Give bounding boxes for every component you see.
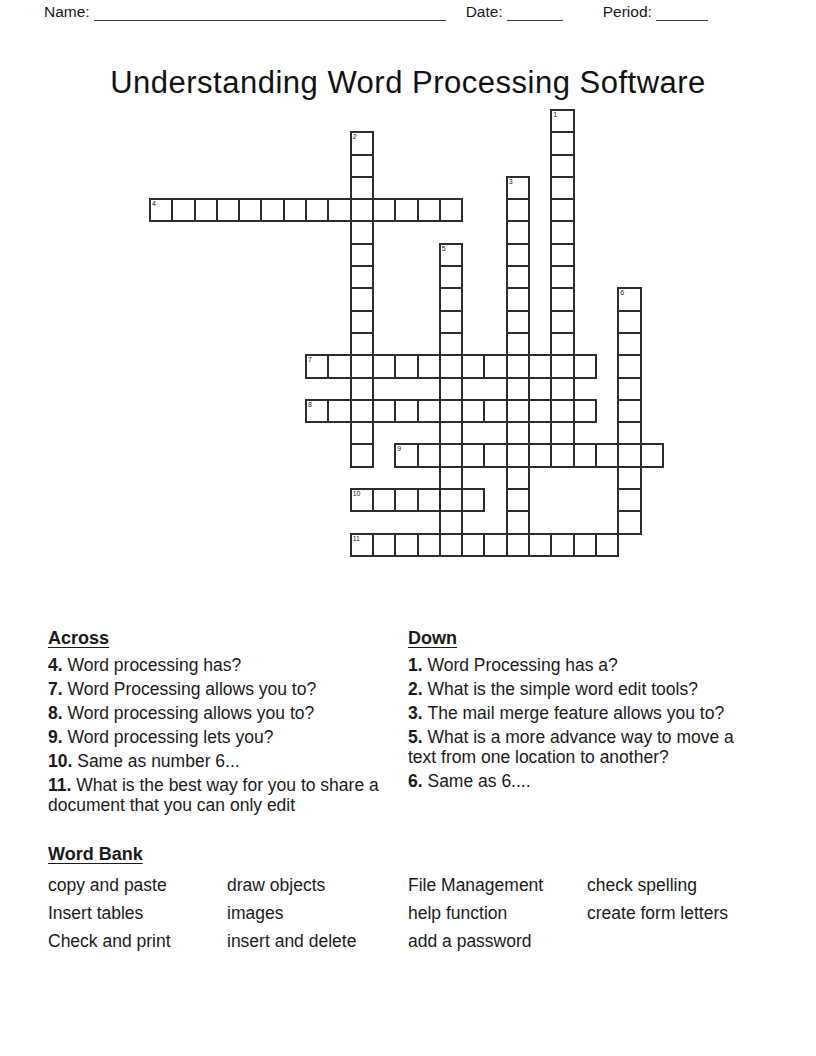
- clue-number-1: 1: [553, 111, 557, 118]
- grid-cell-r17c14[interactable]: [462, 489, 484, 511]
- grid-cell-r7c13[interactable]: [440, 266, 462, 288]
- grid-cell-r15c16[interactable]: [507, 444, 529, 466]
- across-clues-section: Across 4. Word processing has?7. Word Pr…: [48, 628, 380, 819]
- grid-cell-r15c13[interactable]: [440, 444, 462, 466]
- grid-cell-r1c9[interactable]: 2: [351, 132, 373, 154]
- word-bank-item: check spelling: [587, 875, 772, 895]
- clue-number-3: 3: [509, 178, 513, 185]
- grid-cell-r13c16[interactable]: [507, 400, 529, 422]
- grid-cell-r12c9[interactable]: [351, 378, 373, 400]
- grid-cell-r2c18[interactable]: [551, 155, 573, 177]
- grid-cell-r19c20[interactable]: [596, 534, 618, 556]
- grid-cell-r13c15[interactable]: [484, 400, 506, 422]
- grid-cell-r4c4[interactable]: [239, 199, 261, 221]
- grid-cell-r10c21[interactable]: [618, 333, 640, 355]
- grid-cell-r11c19[interactable]: [574, 355, 596, 377]
- grid-cell-r6c13[interactable]: 5: [440, 244, 462, 266]
- grid-cell-r10c16[interactable]: [507, 333, 529, 355]
- grid-cell-r17c10[interactable]: [373, 489, 395, 511]
- grid-cell-r4c2[interactable]: [195, 199, 217, 221]
- grid-cell-r14c9[interactable]: [351, 422, 373, 444]
- grid-cell-r13c19[interactable]: [574, 400, 596, 422]
- grid-cell-r6c9[interactable]: [351, 244, 373, 266]
- grid-cell-r13c17[interactable]: [529, 400, 551, 422]
- grid-cell-r13c9[interactable]: [351, 400, 373, 422]
- grid-cell-r16c13[interactable]: [440, 467, 462, 489]
- grid-cell-r11c9[interactable]: [351, 355, 373, 377]
- grid-cell-r0c18[interactable]: 1: [551, 110, 573, 132]
- grid-cell-r19c17[interactable]: [529, 534, 551, 556]
- grid-cell-r19c10[interactable]: [373, 534, 395, 556]
- grid-cell-r13c14[interactable]: [462, 400, 484, 422]
- grid-cell-r11c11[interactable]: [395, 355, 417, 377]
- grid-cell-r11c15[interactable]: [484, 355, 506, 377]
- grid-cell-r3c9[interactable]: [351, 177, 373, 199]
- grid-cell-r11c14[interactable]: [462, 355, 484, 377]
- across-heading: Across: [48, 628, 380, 649]
- grid-cell-r9c21[interactable]: [618, 311, 640, 333]
- grid-cell-r13c18[interactable]: [551, 400, 573, 422]
- worksheet-header: Name: Date: Period:: [44, 3, 776, 21]
- grid-cell-r4c3[interactable]: [217, 199, 239, 221]
- word-bank-column-3: File Managementhelp functionadd a passwo…: [408, 875, 587, 959]
- grid-cell-r15c18[interactable]: [551, 444, 573, 466]
- grid-cell-r15c17[interactable]: [529, 444, 551, 466]
- clue-across-10: 10. Same as number 6...: [48, 751, 380, 771]
- clue-across-9: 9. Word processing lets you?: [48, 727, 380, 747]
- grid-cell-r17c9[interactable]: 10: [351, 489, 373, 511]
- grid-cell-r15c14[interactable]: [462, 444, 484, 466]
- word-bank-item: draw objects: [227, 875, 408, 895]
- grid-cell-r4c11[interactable]: [395, 199, 417, 221]
- grid-cell-r13c13[interactable]: [440, 400, 462, 422]
- grid-cell-r17c21[interactable]: [618, 489, 640, 511]
- grid-cell-r10c18[interactable]: [551, 333, 573, 355]
- grid-cell-r8c13[interactable]: [440, 288, 462, 310]
- clue-number-4: 4: [152, 200, 156, 207]
- word-bank-item: create form letters: [587, 903, 772, 923]
- grid-cell-r8c18[interactable]: [551, 288, 573, 310]
- grid-cell-r4c16[interactable]: [507, 199, 529, 221]
- grid-cell-r4c10[interactable]: [373, 199, 395, 221]
- grid-cell-r14c16[interactable]: [507, 422, 529, 444]
- grid-cell-r12c21[interactable]: [618, 378, 640, 400]
- grid-cell-r18c16[interactable]: [507, 511, 529, 533]
- grid-cell-r13c7[interactable]: 8: [306, 400, 328, 422]
- grid-cell-r4c0[interactable]: 4: [150, 199, 172, 221]
- grid-cell-r12c13[interactable]: [440, 378, 462, 400]
- grid-cell-r19c13[interactable]: [440, 534, 462, 556]
- grid-cell-r14c13[interactable]: [440, 422, 462, 444]
- grid-cell-r15c22[interactable]: [641, 444, 663, 466]
- name-blank[interactable]: [94, 4, 446, 21]
- grid-cell-r13c8[interactable]: [328, 400, 350, 422]
- crossword-grid: 1234567891011: [150, 110, 663, 556]
- period-label: Period:: [603, 3, 652, 21]
- grid-cell-r3c18[interactable]: [551, 177, 573, 199]
- grid-cell-r17c11[interactable]: [395, 489, 417, 511]
- grid-cell-r19c14[interactable]: [462, 534, 484, 556]
- date-label: Date:: [466, 3, 503, 21]
- grid-cell-r19c12[interactable]: [418, 534, 440, 556]
- grid-cell-r11c7[interactable]: 7: [306, 355, 328, 377]
- word-bank-item: add a password: [408, 931, 587, 951]
- grid-cell-r7c9[interactable]: [351, 266, 373, 288]
- puzzle-title: Understanding Word Processing Software: [0, 65, 816, 101]
- word-bank-column-4: check spellingcreate form letters: [587, 875, 772, 959]
- clue-across-11: 11. What is the best way for you to shar…: [48, 775, 380, 815]
- word-bank-item: File Management: [408, 875, 587, 895]
- grid-cell-r2c9[interactable]: [351, 155, 373, 177]
- grid-cell-r19c15[interactable]: [484, 534, 506, 556]
- grid-cell-r1c18[interactable]: [551, 132, 573, 154]
- grid-cell-r5c9[interactable]: [351, 221, 373, 243]
- grid-cell-r18c13[interactable]: [440, 511, 462, 533]
- word-bank-item: images: [227, 903, 408, 923]
- grid-cell-r4c18[interactable]: [551, 199, 573, 221]
- grid-cell-r9c18[interactable]: [551, 311, 573, 333]
- word-bank-column-1: copy and pasteInsert tablesCheck and pri…: [48, 875, 227, 959]
- grid-cell-r10c9[interactable]: [351, 333, 373, 355]
- grid-cell-r11c8[interactable]: [328, 355, 350, 377]
- grid-cell-r11c17[interactable]: [529, 355, 551, 377]
- grid-cell-r11c18[interactable]: [551, 355, 573, 377]
- clue-across-8: 8. Word processing allows you to?: [48, 703, 380, 723]
- clue-number-2: 2: [353, 133, 357, 140]
- grid-cell-r15c9[interactable]: [351, 444, 373, 466]
- grid-cell-r6c16[interactable]: [507, 244, 529, 266]
- grid-cell-r17c12[interactable]: [418, 489, 440, 511]
- grid-cell-r8c16[interactable]: [507, 288, 529, 310]
- grid-cell-r13c21[interactable]: [618, 400, 640, 422]
- period-blank[interactable]: [656, 4, 708, 21]
- grid-cell-r19c19[interactable]: [574, 534, 596, 556]
- grid-cell-r11c10[interactable]: [373, 355, 395, 377]
- word-bank-section: Word Bank copy and pasteInsert tablesChe…: [48, 844, 772, 959]
- grid-cell-r4c8[interactable]: [328, 199, 350, 221]
- grid-cell-r10c13[interactable]: [440, 333, 462, 355]
- grid-cell-r19c18[interactable]: [551, 534, 573, 556]
- grid-cell-r9c16[interactable]: [507, 311, 529, 333]
- clue-down-1: 1. Word Processing has a?: [408, 655, 760, 675]
- word-bank-columns: copy and pasteInsert tablesCheck and pri…: [48, 875, 772, 959]
- grid-cell-r3c16[interactable]: 3: [507, 177, 529, 199]
- grid-cell-r4c5[interactable]: [261, 199, 283, 221]
- down-clues-section: Down 1. Word Processing has a?2. What is…: [408, 628, 760, 795]
- grid-cell-r13c10[interactable]: [373, 400, 395, 422]
- grid-cell-r12c16[interactable]: [507, 378, 529, 400]
- grid-cell-r16c21[interactable]: [618, 467, 640, 489]
- grid-cell-r14c21[interactable]: [618, 422, 640, 444]
- grid-cell-r11c21[interactable]: [618, 355, 640, 377]
- grid-cell-r11c12[interactable]: [418, 355, 440, 377]
- clue-down-2: 2. What is the simple word edit tools?: [408, 679, 760, 699]
- word-bank-heading: Word Bank: [48, 844, 772, 865]
- grid-cell-r8c21[interactable]: 6: [618, 288, 640, 310]
- worksheet-page: Name: Date: Period: Understanding Word P…: [0, 0, 816, 1056]
- grid-cell-r18c21[interactable]: [618, 511, 640, 533]
- grid-cell-r15c15[interactable]: [484, 444, 506, 466]
- word-bank-item: help function: [408, 903, 587, 923]
- down-heading: Down: [408, 628, 760, 649]
- clue-across-4: 4. Word processing has?: [48, 655, 380, 675]
- grid-cell-r4c12[interactable]: [418, 199, 440, 221]
- grid-cell-r13c12[interactable]: [418, 400, 440, 422]
- grid-cell-r19c9[interactable]: 11: [351, 534, 373, 556]
- grid-cell-r4c1[interactable]: [172, 199, 194, 221]
- grid-cell-r15c20[interactable]: [596, 444, 618, 466]
- clue-number-9: 9: [397, 445, 401, 452]
- grid-cell-r5c18[interactable]: [551, 221, 573, 243]
- grid-cell-r16c16[interactable]: [507, 467, 529, 489]
- word-bank-item: Check and print: [48, 931, 227, 951]
- word-bank-item: insert and delete: [227, 931, 408, 951]
- clue-across-7: 7. Word Processing allows you to?: [48, 679, 380, 699]
- grid-cell-r17c13[interactable]: [440, 489, 462, 511]
- clue-number-5: 5: [442, 245, 446, 252]
- clue-down-3: 3. The mail merge feature allows you to?: [408, 703, 760, 723]
- grid-cell-r13c11[interactable]: [395, 400, 417, 422]
- clue-down-6: 6. Same as 6....: [408, 771, 760, 791]
- grid-cell-r19c11[interactable]: [395, 534, 417, 556]
- clue-number-6: 6: [620, 289, 624, 296]
- clue-number-7: 7: [308, 356, 312, 363]
- word-bank-column-2: draw objectsimagesinsert and delete: [227, 875, 408, 959]
- grid-cell-r14c18[interactable]: [551, 422, 573, 444]
- clue-number-11: 11: [353, 535, 360, 542]
- grid-cell-r4c6[interactable]: [284, 199, 306, 221]
- grid-cell-r17c16[interactable]: [507, 489, 529, 511]
- down-list: 1. Word Processing has a?2. What is the …: [408, 655, 760, 791]
- word-bank-item: Insert tables: [48, 903, 227, 923]
- grid-cell-r5c16[interactable]: [507, 221, 529, 243]
- grid-cell-r4c7[interactable]: [306, 199, 328, 221]
- grid-cell-r9c13[interactable]: [440, 311, 462, 333]
- name-label: Name:: [44, 3, 90, 21]
- grid-cell-r8c9[interactable]: [351, 288, 373, 310]
- grid-cell-r15c12[interactable]: [418, 444, 440, 466]
- grid-cell-r4c9[interactable]: [351, 199, 373, 221]
- grid-cell-r15c21[interactable]: [618, 444, 640, 466]
- grid-cell-r15c11[interactable]: 9: [395, 444, 417, 466]
- grid-cell-r11c16[interactable]: [507, 355, 529, 377]
- date-blank[interactable]: [507, 4, 563, 21]
- clue-number-8: 8: [308, 401, 312, 408]
- grid-cell-r12c18[interactable]: [551, 378, 573, 400]
- clue-down-5: 5. What is a more advance way to move a …: [408, 727, 760, 767]
- grid-cell-r19c16[interactable]: [507, 534, 529, 556]
- grid-cell-r9c9[interactable]: [351, 311, 373, 333]
- clue-number-10: 10: [353, 490, 361, 497]
- grid-cell-r7c16[interactable]: [507, 266, 529, 288]
- grid-cell-r11c13[interactable]: [440, 355, 462, 377]
- grid-cell-r7c18[interactable]: [551, 266, 573, 288]
- grid-cell-r15c19[interactable]: [574, 444, 596, 466]
- grid-cell-r6c18[interactable]: [551, 244, 573, 266]
- across-list: 4. Word processing has?7. Word Processin…: [48, 655, 380, 815]
- word-bank-item: copy and paste: [48, 875, 227, 895]
- grid-cell-r4c13[interactable]: [440, 199, 462, 221]
